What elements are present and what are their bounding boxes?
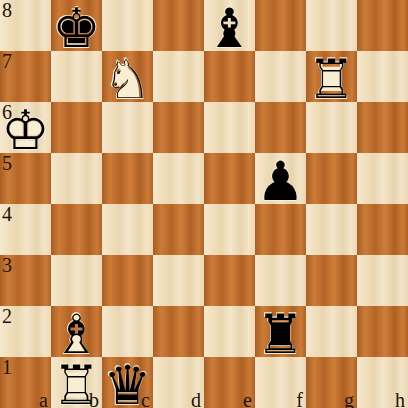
piece-white-bishop-b2[interactable]: ♝♗ <box>51 306 102 357</box>
square-c2[interactable] <box>102 306 153 357</box>
file-label-h: h <box>395 390 405 408</box>
piece-black-king-b8[interactable]: ♚♚ <box>51 0 102 51</box>
square-d1[interactable]: d <box>153 357 204 408</box>
square-a8[interactable]: 8 <box>0 0 51 51</box>
square-c3[interactable] <box>102 255 153 306</box>
square-a7[interactable]: 7 <box>0 51 51 102</box>
rank-label-7: 7 <box>2 51 12 71</box>
square-f8[interactable] <box>255 0 306 51</box>
file-label-g: g <box>344 390 354 408</box>
square-g4[interactable] <box>306 204 357 255</box>
square-h4[interactable] <box>357 204 408 255</box>
file-label-f: f <box>296 390 303 408</box>
square-b1[interactable]: b♜♖ <box>51 357 102 408</box>
square-d8[interactable] <box>153 0 204 51</box>
square-e8[interactable]: ♝♝ <box>204 0 255 51</box>
square-d7[interactable] <box>153 51 204 102</box>
rank-label-6: 6 <box>2 102 12 122</box>
square-e5[interactable] <box>204 153 255 204</box>
piece-black-bishop-e8[interactable]: ♝♝ <box>204 0 255 51</box>
square-a2[interactable]: 2 <box>0 306 51 357</box>
square-g5[interactable] <box>306 153 357 204</box>
square-c5[interactable] <box>102 153 153 204</box>
square-b3[interactable] <box>51 255 102 306</box>
square-g1[interactable]: g <box>306 357 357 408</box>
square-a6[interactable]: 6♚♔ <box>0 102 51 153</box>
square-e1[interactable]: e <box>204 357 255 408</box>
square-d5[interactable] <box>153 153 204 204</box>
square-a4[interactable]: 4 <box>0 204 51 255</box>
square-e3[interactable] <box>204 255 255 306</box>
square-g7[interactable]: ♜♖ <box>306 51 357 102</box>
square-f5[interactable]: ♟♟ <box>255 153 306 204</box>
rank-label-1: 1 <box>2 357 12 377</box>
square-c8[interactable] <box>102 0 153 51</box>
rank-label-4: 4 <box>2 204 12 224</box>
square-g2[interactable] <box>306 306 357 357</box>
piece-white-knight-c7[interactable]: ♞♘ <box>102 51 153 102</box>
black-bishop-icon: ♝ <box>205 2 253 56</box>
square-e6[interactable] <box>204 102 255 153</box>
square-h5[interactable] <box>357 153 408 204</box>
square-d3[interactable] <box>153 255 204 306</box>
square-h1[interactable]: h <box>357 357 408 408</box>
square-c4[interactable] <box>102 204 153 255</box>
white-knight-icon: ♘ <box>103 53 151 107</box>
chess-board: 8♚♚♝♝7♞♘♜♖6♚♔5♟♟432♝♗♜♜1ab♜♖c♛♛defgh <box>0 0 408 408</box>
square-d2[interactable] <box>153 306 204 357</box>
file-label-b: b <box>89 390 99 408</box>
square-b4[interactable] <box>51 204 102 255</box>
square-b8[interactable]: ♚♚ <box>51 0 102 51</box>
piece-black-rook-f2[interactable]: ♜♜ <box>255 306 306 357</box>
file-label-a: a <box>39 390 48 408</box>
square-c7[interactable]: ♞♘ <box>102 51 153 102</box>
square-g3[interactable] <box>306 255 357 306</box>
black-pawn-icon: ♟ <box>256 155 304 209</box>
square-h8[interactable] <box>357 0 408 51</box>
square-a3[interactable]: 3 <box>0 255 51 306</box>
square-f7[interactable] <box>255 51 306 102</box>
square-f2[interactable]: ♜♜ <box>255 306 306 357</box>
file-label-c: c <box>141 390 150 408</box>
file-label-d: d <box>191 390 201 408</box>
square-g8[interactable] <box>306 0 357 51</box>
square-d6[interactable] <box>153 102 204 153</box>
black-king-icon: ♚ <box>52 2 100 56</box>
piece-black-pawn-f5[interactable]: ♟♟ <box>255 153 306 204</box>
square-h7[interactable] <box>357 51 408 102</box>
square-h2[interactable] <box>357 306 408 357</box>
square-b2[interactable]: ♝♗ <box>51 306 102 357</box>
rank-label-2: 2 <box>2 306 12 326</box>
square-b5[interactable] <box>51 153 102 204</box>
square-d4[interactable] <box>153 204 204 255</box>
black-rook-icon: ♜ <box>256 308 304 362</box>
square-h3[interactable] <box>357 255 408 306</box>
file-label-e: e <box>243 390 252 408</box>
piece-white-rook-g7[interactable]: ♜♖ <box>306 51 357 102</box>
square-b6[interactable] <box>51 102 102 153</box>
square-a1[interactable]: 1a <box>0 357 51 408</box>
square-c1[interactable]: c♛♛ <box>102 357 153 408</box>
rank-label-5: 5 <box>2 153 12 173</box>
rank-label-3: 3 <box>2 255 12 275</box>
square-f6[interactable] <box>255 102 306 153</box>
square-e4[interactable] <box>204 204 255 255</box>
square-e2[interactable] <box>204 306 255 357</box>
square-h6[interactable] <box>357 102 408 153</box>
white-rook-icon: ♖ <box>307 53 355 107</box>
rank-label-8: 8 <box>2 0 12 20</box>
square-f3[interactable] <box>255 255 306 306</box>
